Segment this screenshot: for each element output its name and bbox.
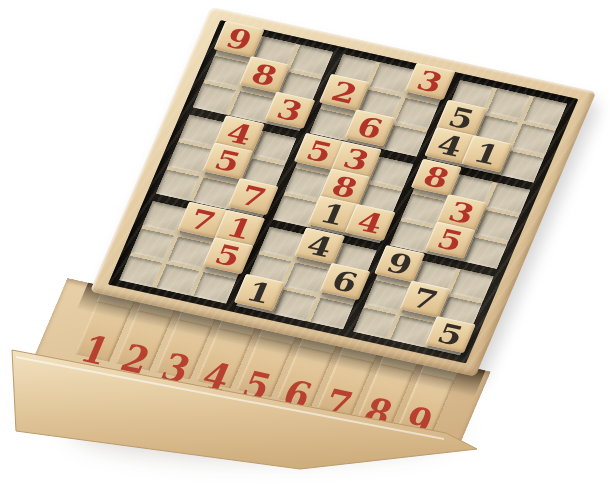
- drawer-front-rail[interactable]: [0, 0, 610, 484]
